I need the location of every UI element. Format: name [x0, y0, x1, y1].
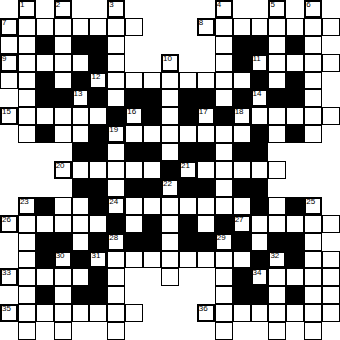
cell-r7c5[interactable] [72, 107, 90, 125]
cell-r19c5-void [72, 322, 90, 340]
cell-r5c1[interactable] [0, 72, 18, 90]
cell-r15c15-block [251, 251, 269, 269]
cell-r18c3[interactable] [36, 304, 54, 322]
cell-r8c11[interactable] [179, 125, 197, 143]
cell-r10c11[interactable]: 21 [179, 161, 197, 179]
cell-r17c2[interactable] [18, 286, 36, 304]
cell-r12c19-void [322, 197, 340, 215]
cell-r2c4[interactable] [54, 18, 72, 36]
cell-r16c1[interactable]: 33 [0, 268, 18, 286]
cell-r16c3[interactable] [36, 268, 54, 286]
cell-r15c9[interactable] [143, 251, 161, 269]
cell-r7c17[interactable] [286, 107, 304, 125]
cell-r15c2[interactable] [18, 251, 36, 269]
cell-r19c15-void [251, 322, 269, 340]
clue-number-30: 30 [56, 251, 65, 261]
cell-r2c17[interactable] [286, 18, 304, 36]
cell-r8c12[interactable] [197, 125, 215, 143]
cell-r1c17-void [286, 0, 304, 18]
cell-r3c11-void [179, 36, 197, 54]
cell-r12c8[interactable] [125, 197, 143, 215]
cell-r3c16[interactable] [268, 36, 286, 54]
cell-r13c1[interactable]: 26 [0, 215, 18, 233]
cell-r6c15[interactable]: 14 [251, 89, 269, 107]
clue-number-34: 34 [253, 268, 262, 278]
cell-r12c12[interactable] [197, 197, 215, 215]
cell-r19c2[interactable] [18, 322, 36, 340]
cell-r7c2[interactable] [18, 107, 36, 125]
cell-r2c15[interactable] [251, 18, 269, 36]
clue-number-35: 35 [2, 304, 11, 314]
cell-r17c13[interactable] [215, 286, 233, 304]
cell-r5c8[interactable] [125, 72, 143, 90]
cell-r16c17[interactable] [286, 268, 304, 286]
cell-r14c4-block [54, 233, 72, 251]
cell-r8c16[interactable] [268, 125, 286, 143]
cell-r16c5[interactable] [72, 268, 90, 286]
cell-r5c19-void [322, 72, 340, 90]
cell-r1c11-void [179, 0, 197, 18]
cell-r18c18[interactable] [304, 304, 322, 322]
cell-r9c7[interactable] [107, 143, 125, 161]
cell-r9c9-block [143, 143, 161, 161]
cell-r17c8-void [125, 286, 143, 304]
cell-r2c7[interactable] [107, 18, 125, 36]
cell-r6c12-block [197, 89, 215, 107]
cell-r16c12-void [197, 268, 215, 286]
cell-r5c9[interactable] [143, 72, 161, 90]
cell-r12c13[interactable] [215, 197, 233, 215]
cell-r16c8-void [125, 268, 143, 286]
cell-r4c19[interactable] [322, 54, 340, 72]
cell-r10c14[interactable] [233, 161, 251, 179]
cell-r18c16[interactable] [268, 304, 286, 322]
cell-r9c2-void [18, 143, 36, 161]
cell-r7c19[interactable] [322, 107, 340, 125]
cell-r6c2[interactable] [18, 89, 36, 107]
cell-r16c7[interactable] [107, 268, 125, 286]
cell-r9c12-block [197, 143, 215, 161]
cell-r17c6-block [89, 286, 107, 304]
cell-r9c14-block [233, 143, 251, 161]
cell-r19c16[interactable] [268, 322, 286, 340]
cell-r13c4[interactable] [54, 215, 72, 233]
cell-r15c14[interactable] [233, 251, 251, 269]
cell-r2c11-void [179, 18, 197, 36]
cell-r19c17-void [286, 322, 304, 340]
cell-r18c15[interactable] [251, 304, 269, 322]
cell-r14c2[interactable] [18, 233, 36, 251]
cell-r8c7[interactable]: 19 [107, 125, 125, 143]
cell-r4c16[interactable] [268, 54, 286, 72]
cell-r16c19[interactable] [322, 268, 340, 286]
clue-number-25: 25 [306, 197, 315, 207]
clue-number-36: 36 [199, 304, 208, 314]
cell-r12c16[interactable] [268, 197, 286, 215]
cell-r14c13[interactable]: 29 [215, 233, 233, 251]
cell-r4c3[interactable] [36, 54, 54, 72]
cell-r17c18[interactable] [304, 286, 322, 304]
cell-r10c7[interactable] [107, 161, 125, 179]
cell-r4c7[interactable] [107, 54, 125, 72]
cell-r4c5[interactable] [72, 54, 90, 72]
cell-r15c16[interactable]: 32 [268, 251, 286, 269]
cell-r2c13[interactable] [215, 18, 233, 36]
cell-r12c6-block [89, 197, 107, 215]
cell-r3c8-void [125, 36, 143, 54]
cell-r11c18-void [304, 179, 322, 197]
cell-r16c2[interactable] [18, 268, 36, 286]
cell-r4c6-block [89, 54, 107, 72]
cell-r14c16-block [268, 233, 286, 251]
cell-r13c6[interactable] [89, 215, 107, 233]
cell-r7c10[interactable] [161, 107, 179, 125]
cell-r8c15-block [251, 125, 269, 143]
cell-r15c7[interactable] [107, 251, 125, 269]
cell-r15c10[interactable] [161, 251, 179, 269]
cell-r10c15[interactable] [251, 161, 269, 179]
cell-r8c19-void [322, 125, 340, 143]
cell-r19c18[interactable] [304, 322, 322, 340]
cell-r5c14[interactable] [233, 72, 251, 90]
cell-r8c5[interactable] [72, 125, 90, 143]
cell-r5c6[interactable]: 12 [89, 72, 107, 90]
cell-r13c16[interactable] [268, 215, 286, 233]
clue-number-28: 28 [109, 233, 118, 243]
cell-r18c19[interactable] [322, 304, 340, 322]
cell-r3c15-block [251, 36, 269, 54]
cell-r17c3-block [36, 286, 54, 304]
cell-r13c10[interactable] [161, 215, 179, 233]
cell-r16c10[interactable] [161, 268, 179, 286]
cell-r5c3-block [36, 72, 54, 90]
cell-r15c8[interactable] [125, 251, 143, 269]
cell-r9c1-void [0, 143, 18, 161]
cell-r8c13[interactable] [215, 125, 233, 143]
cell-r8c6-block [89, 125, 107, 143]
cell-r7c6[interactable] [89, 107, 107, 125]
cell-r5c18[interactable] [304, 72, 322, 90]
cell-r14c18[interactable] [304, 233, 322, 251]
clue-number-16: 16 [127, 107, 136, 117]
cell-r1c13[interactable]: 4 [215, 0, 233, 18]
cell-r6c13[interactable] [215, 89, 233, 107]
cell-r6c16-block [268, 89, 286, 107]
clue-number-7: 7 [2, 18, 6, 28]
cell-r8c14[interactable] [233, 125, 251, 143]
cell-r18c7[interactable] [107, 304, 125, 322]
cell-r7c4[interactable] [54, 107, 72, 125]
cell-r18c14[interactable] [233, 304, 251, 322]
cell-r19c4[interactable] [54, 322, 72, 340]
cell-r11c10[interactable]: 22 [161, 179, 179, 197]
cell-r6c19-void [322, 89, 340, 107]
cell-r1c2[interactable]: 1 [18, 0, 36, 18]
cell-r18c13[interactable] [215, 304, 233, 322]
cell-r12c9[interactable] [143, 197, 161, 215]
crossword-grid: 1234567891011121314151617181920212223242… [0, 0, 340, 340]
cell-r6c18[interactable] [304, 89, 322, 107]
cell-r10c5[interactable] [72, 161, 90, 179]
cell-r10c9[interactable] [143, 161, 161, 179]
clue-number-31: 31 [91, 251, 100, 261]
cell-r4c18[interactable] [304, 54, 322, 72]
cell-r9c13[interactable] [215, 143, 233, 161]
cell-r17c9-void [143, 286, 161, 304]
cell-r6c6-block [89, 89, 107, 107]
clue-number-8: 8 [199, 18, 203, 28]
cell-r18c6[interactable] [89, 304, 107, 322]
cell-r15c17-block [286, 251, 304, 269]
cell-r2c1[interactable]: 7 [0, 18, 18, 36]
clue-number-12: 12 [91, 72, 100, 82]
cell-r1c18[interactable]: 6 [304, 0, 322, 18]
cell-r7c12[interactable]: 17 [197, 107, 215, 125]
cell-r2c12[interactable]: 8 [197, 18, 215, 36]
cell-r4c15[interactable]: 11 [251, 54, 269, 72]
cell-r4c2[interactable] [18, 54, 36, 72]
cell-r13c17[interactable] [286, 215, 304, 233]
cell-r2c3[interactable] [36, 18, 54, 36]
cell-r1c14-void [233, 0, 251, 18]
cell-r14c9-block [143, 233, 161, 251]
cell-r13c18[interactable] [304, 215, 322, 233]
cell-r13c3[interactable] [36, 215, 54, 233]
cell-r3c3-block [36, 36, 54, 54]
cell-r2c16[interactable] [268, 18, 286, 36]
cell-r6c10[interactable] [161, 89, 179, 107]
cell-r10c16[interactable] [268, 161, 286, 179]
cell-r16c15[interactable]: 34 [251, 268, 269, 286]
cell-r3c10-void [161, 36, 179, 54]
cell-r18c5[interactable] [72, 304, 90, 322]
cell-r12c14[interactable] [233, 197, 251, 215]
clue-number-24: 24 [109, 197, 118, 207]
cell-r8c2[interactable] [18, 125, 36, 143]
cell-r5c4[interactable] [54, 72, 72, 90]
cell-r7c16[interactable] [268, 107, 286, 125]
cell-r5c13[interactable] [215, 72, 233, 90]
cell-r17c11-void [179, 286, 197, 304]
cell-r3c5-block [72, 36, 90, 54]
clue-number-11: 11 [253, 54, 261, 64]
cell-r17c4[interactable] [54, 286, 72, 304]
cell-r13c14[interactable]: 27 [233, 215, 251, 233]
cell-r10c10-block [161, 161, 179, 179]
cell-r13c15[interactable] [251, 215, 269, 233]
cell-r12c11[interactable] [179, 197, 197, 215]
cell-r11c12-block [197, 179, 215, 197]
cell-r10c17-void [286, 161, 304, 179]
cell-r8c18[interactable] [304, 125, 322, 143]
cell-r13c12[interactable] [197, 215, 215, 233]
cell-r17c16[interactable] [268, 286, 286, 304]
cell-r9c17-void [286, 143, 304, 161]
clue-number-23: 23 [20, 197, 29, 207]
cell-r19c13[interactable] [215, 322, 233, 340]
cell-r5c12[interactable] [197, 72, 215, 90]
cell-r13c2[interactable] [18, 215, 36, 233]
cell-r12c5[interactable] [72, 197, 90, 215]
cell-r16c13[interactable] [215, 268, 233, 286]
cell-r5c7[interactable] [107, 72, 125, 90]
cell-r14c3-block [36, 233, 54, 251]
cell-r6c9-block [143, 89, 161, 107]
cell-r8c8[interactable] [125, 125, 143, 143]
crossword-puzzle: 1234567891011121314151617181920212223242… [0, 0, 340, 340]
cell-r1c15-void [251, 0, 269, 18]
cell-r13c5[interactable] [72, 215, 90, 233]
cell-r3c18[interactable] [304, 36, 322, 54]
cell-r17c10-void [161, 286, 179, 304]
cell-r7c8[interactable]: 16 [125, 107, 143, 125]
cell-r17c19[interactable] [322, 286, 340, 304]
cell-r10c12[interactable] [197, 161, 215, 179]
cell-r18c17[interactable] [286, 304, 304, 322]
cell-r10c6[interactable] [89, 161, 107, 179]
cell-r1c4[interactable]: 2 [54, 0, 72, 18]
cell-r11c6-block [89, 179, 107, 197]
cell-r2c10-void [161, 18, 179, 36]
cell-r6c3-block [36, 89, 54, 107]
cell-r4c10[interactable]: 10 [161, 54, 179, 72]
cell-r17c7[interactable] [107, 286, 125, 304]
cell-r19c12-void [197, 322, 215, 340]
cell-r9c15-block [251, 143, 269, 161]
cell-r10c13[interactable] [215, 161, 233, 179]
cell-r7c3[interactable] [36, 107, 54, 125]
cell-r18c2[interactable] [18, 304, 36, 322]
cell-r7c15[interactable] [251, 107, 269, 125]
cell-r2c2[interactable] [18, 18, 36, 36]
cell-r14c7[interactable]: 28 [107, 233, 125, 251]
clue-number-20: 20 [56, 161, 65, 171]
cell-r2c18[interactable] [304, 18, 322, 36]
cell-r6c7[interactable] [107, 89, 125, 107]
cell-r13c19[interactable] [322, 215, 340, 233]
cell-r3c4[interactable] [54, 36, 72, 54]
cell-r4c17[interactable] [286, 54, 304, 72]
cell-r16c18[interactable] [304, 268, 322, 286]
cell-r10c18-void [304, 161, 322, 179]
cell-r18c11-void [179, 304, 197, 322]
cell-r12c4[interactable] [54, 197, 72, 215]
cell-r15c12[interactable] [197, 251, 215, 269]
cell-r15c4[interactable]: 30 [54, 251, 72, 269]
cell-r19c19-void [322, 322, 340, 340]
cell-r7c1[interactable]: 15 [0, 107, 18, 125]
cell-r14c6-block [89, 233, 107, 251]
cell-r7c9-block [143, 107, 161, 125]
cell-r15c11[interactable] [179, 251, 197, 269]
cell-r3c13[interactable] [215, 36, 233, 54]
cell-r9c8-block [125, 143, 143, 161]
cell-r4c13[interactable] [215, 54, 233, 72]
cell-r9c16-void [268, 143, 286, 161]
cell-r14c8-block [125, 233, 143, 251]
cell-r4c4[interactable] [54, 54, 72, 72]
clue-number-13: 13 [74, 89, 83, 99]
cell-r5c16[interactable] [268, 72, 286, 90]
cell-r15c19[interactable] [322, 251, 340, 269]
cell-r3c12-void [197, 36, 215, 54]
cell-r14c10[interactable] [161, 233, 179, 251]
cell-r12c7[interactable]: 24 [107, 197, 125, 215]
cell-r14c15[interactable] [251, 233, 269, 251]
cell-r11c13[interactable] [215, 179, 233, 197]
cell-r12c2[interactable]: 23 [18, 197, 36, 215]
cell-r15c6[interactable]: 31 [89, 251, 107, 269]
cell-r10c4[interactable]: 20 [54, 161, 72, 179]
cell-r16c6-block [89, 268, 107, 286]
cell-r5c10[interactable] [161, 72, 179, 90]
cell-r19c8-void [125, 322, 143, 340]
cell-r11c7[interactable] [107, 179, 125, 197]
cell-r5c11[interactable] [179, 72, 197, 90]
cell-r11c17-void [286, 179, 304, 197]
cell-r2c5[interactable] [72, 18, 90, 36]
cell-r16c4[interactable] [54, 268, 72, 286]
cell-r1c9-void [143, 0, 161, 18]
cell-r18c4[interactable] [54, 304, 72, 322]
cell-r12c10[interactable] [161, 197, 179, 215]
cell-r2c8[interactable] [125, 18, 143, 36]
cell-r4c1[interactable]: 9 [0, 54, 18, 72]
cell-r13c8[interactable] [125, 215, 143, 233]
cell-r14c12-block [197, 233, 215, 251]
cell-r13c11-block [179, 215, 197, 233]
cell-r8c10[interactable] [161, 125, 179, 143]
cell-r5c2[interactable] [18, 72, 36, 90]
cell-r16c9-void [143, 268, 161, 286]
cell-r6c8-block [125, 89, 143, 107]
cell-r18c12[interactable]: 36 [197, 304, 215, 322]
cell-r2c6[interactable] [89, 18, 107, 36]
cell-r19c9-void [143, 322, 161, 340]
cell-r13c13-block [215, 215, 233, 233]
cell-r8c9[interactable] [143, 125, 161, 143]
cell-r8c1-void [0, 125, 18, 143]
cell-r1c16[interactable]: 5 [268, 0, 286, 18]
cell-r18c8[interactable] [125, 304, 143, 322]
cell-r7c14[interactable]: 18 [233, 107, 251, 125]
cell-r18c1[interactable]: 35 [0, 304, 18, 322]
cell-r1c7[interactable]: 3 [107, 0, 125, 18]
cell-r16c11-void [179, 268, 197, 286]
cell-r15c18[interactable] [304, 251, 322, 269]
cell-r7c7-block [107, 107, 125, 125]
cell-r3c7[interactable] [107, 36, 125, 54]
cell-r16c14-block [233, 268, 251, 286]
cell-r3c2[interactable] [18, 36, 36, 54]
cell-r8c4[interactable] [54, 125, 72, 143]
cell-r8c3-block [36, 125, 54, 143]
cell-r16c16[interactable] [268, 268, 286, 286]
cell-r12c18[interactable]: 25 [304, 197, 322, 215]
cell-r2c19[interactable] [322, 18, 340, 36]
cell-r7c18[interactable] [304, 107, 322, 125]
cell-r9c10[interactable] [161, 143, 179, 161]
cell-r19c7[interactable] [107, 322, 125, 340]
cell-r18c10-void [161, 304, 179, 322]
cell-r2c14[interactable] [233, 18, 251, 36]
cell-r10c8[interactable] [125, 161, 143, 179]
cell-r15c13[interactable] [215, 251, 233, 269]
cell-r5c15-block [251, 72, 269, 90]
cell-r6c5[interactable]: 13 [72, 89, 90, 107]
cell-r3c1[interactable] [0, 36, 18, 54]
cell-r14c5[interactable] [72, 233, 90, 251]
